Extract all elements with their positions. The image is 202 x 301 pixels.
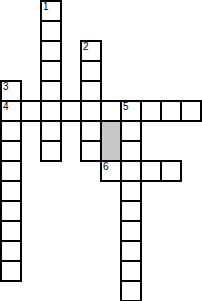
cell-r4-c4[interactable] [80,80,102,102]
cell-r8-c6[interactable] [120,160,142,182]
highlighted-cells[interactable] [100,120,122,162]
cell-r9-c0[interactable] [0,180,22,202]
clue-number-6: 6 [103,162,109,172]
cell-r3-c4[interactable] [80,60,102,82]
cell-r10-c6[interactable] [120,200,142,222]
clue-number-5: 5 [123,102,129,112]
cell-r12-c0[interactable] [0,240,22,262]
cell-r6-c6[interactable] [120,120,142,142]
cell-r10-c0[interactable] [0,200,22,222]
cell-r5-c7[interactable] [140,100,162,122]
clue-number-2: 2 [83,42,89,52]
cell-r11-c6[interactable] [120,220,142,242]
cell-r3-c2[interactable] [40,60,62,82]
cell-r8-c7[interactable] [140,160,162,182]
cell-r1-c2[interactable] [40,20,62,42]
cell-r12-c6[interactable] [120,240,142,262]
cell-r13-c0[interactable] [0,260,22,282]
cell-r8-c8[interactable] [160,160,182,182]
clue-number-4: 4 [3,102,9,112]
cell-r5-c9[interactable] [180,100,202,122]
cell-r6-c0[interactable] [0,120,22,142]
cell-r6-c4[interactable] [80,120,102,142]
cell-r2-c2[interactable] [40,40,62,62]
cell-r7-c6[interactable] [120,140,142,162]
cell-r5-c5[interactable] [100,100,122,122]
cell-r6-c2[interactable] [40,120,62,142]
cell-r5-c3[interactable] [60,100,82,122]
cell-r7-c2[interactable] [40,140,62,162]
cell-r14-c6[interactable] [120,280,142,301]
clue-number-1: 1 [43,2,49,12]
cell-r5-c2[interactable] [40,100,62,122]
cell-r7-c4[interactable] [80,140,102,162]
crossword-board: 123456 [0,0,202,301]
cell-r5-c1[interactable] [20,100,42,122]
cell-r13-c6[interactable] [120,260,142,282]
cell-r5-c4[interactable] [80,100,102,122]
cell-r7-c0[interactable] [0,140,22,162]
cell-r4-c2[interactable] [40,80,62,102]
cell-r11-c0[interactable] [0,220,22,242]
cell-r9-c6[interactable] [120,180,142,202]
clue-number-3: 3 [3,82,9,92]
cell-r5-c8[interactable] [160,100,182,122]
cell-r8-c0[interactable] [0,160,22,182]
